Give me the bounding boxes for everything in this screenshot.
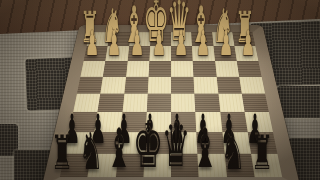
- piece-black-bishop[interactable]: ♝: [192, 122, 218, 176]
- piece-black-bishop[interactable]: ♝: [106, 122, 132, 176]
- piece-white-pawn[interactable]: ♟: [129, 26, 143, 61]
- piece-white-pawn[interactable]: ♟: [174, 26, 188, 61]
- piece-black-king[interactable]: ♚: [132, 113, 163, 177]
- piece-black-knight[interactable]: ♞: [221, 126, 246, 177]
- piece-white-pawn[interactable]: ♟: [241, 26, 255, 61]
- piece-white-pawn[interactable]: ♟: [219, 26, 233, 61]
- piece-white-pawn[interactable]: ♟: [152, 26, 166, 61]
- pieces-layer: ♜♞♝♚♛♝♞♜♟♟♟♟♟♟♟♟♟♟♟♟♟♟♟♟♜♞♝♚♛♝♞♜: [0, 0, 320, 180]
- photo-scene: ♜♞♝♚♛♝♞♜♟♟♟♟♟♟♟♟♟♟♟♟♟♟♟♟♜♞♝♚♛♝♞♜: [0, 0, 320, 180]
- piece-white-pawn[interactable]: ♟: [107, 26, 121, 61]
- piece-black-rook[interactable]: ♜: [51, 130, 74, 177]
- photo-layer: ♜♞♝♚♛♝♞♜♟♟♟♟♟♟♟♟♟♟♟♟♟♟♟♟♜♞♝♚♛♝♞♜: [0, 0, 320, 180]
- piece-black-knight[interactable]: ♞: [78, 126, 103, 177]
- piece-black-rook[interactable]: ♜: [251, 130, 274, 177]
- piece-black-queen[interactable]: ♛: [162, 117, 191, 177]
- piece-white-pawn[interactable]: ♟: [85, 26, 99, 61]
- piece-white-pawn[interactable]: ♟: [196, 26, 210, 61]
